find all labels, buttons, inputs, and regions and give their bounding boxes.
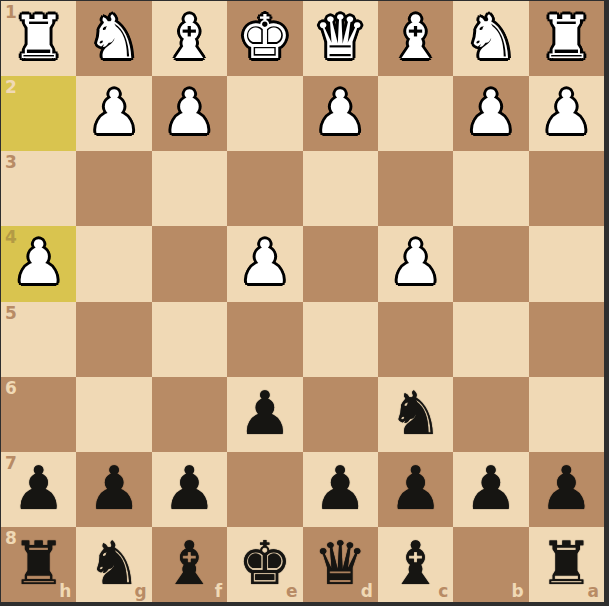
black-pawn[interactable]: ♟ (378, 452, 453, 527)
square-a8[interactable]: ♜a (529, 527, 604, 602)
white-queen[interactable]: ♛ (303, 1, 378, 76)
square-e5[interactable] (227, 302, 302, 377)
white-pawn[interactable]: ♟ (303, 76, 378, 151)
white-pawn[interactable]: ♟ (152, 76, 227, 151)
square-c6[interactable]: ♞ (378, 377, 453, 452)
black-pawn[interactable]: ♟ (529, 452, 604, 527)
white-knight[interactable]: ♞ (76, 1, 151, 76)
square-e8[interactable]: ♚e (227, 527, 302, 602)
square-d2[interactable]: ♟ (303, 76, 378, 151)
square-c3[interactable] (378, 151, 453, 226)
square-c4[interactable]: ♟ (378, 226, 453, 301)
square-g2[interactable]: ♟ (76, 76, 151, 151)
square-e6[interactable]: ♟ (227, 377, 302, 452)
black-pawn[interactable]: ♟ (1, 452, 76, 527)
square-c7[interactable]: ♟ (378, 452, 453, 527)
square-h6[interactable]: 6 (1, 377, 76, 452)
white-pawn[interactable]: ♟ (227, 226, 302, 301)
square-d4[interactable] (303, 226, 378, 301)
square-c8[interactable]: ♝c (378, 527, 453, 602)
white-pawn[interactable]: ♟ (378, 226, 453, 301)
white-bishop[interactable]: ♝ (378, 1, 453, 76)
square-c1[interactable]: ♝ (378, 1, 453, 76)
square-a1[interactable]: ♜ (529, 1, 604, 76)
black-queen[interactable]: ♛ (303, 527, 378, 602)
square-h4[interactable]: ♟4 (1, 226, 76, 301)
square-b7[interactable]: ♟ (453, 452, 528, 527)
chess-board: ♜1♞♝♚♛♝♞♜2♟♟♟♟♟3♟4♟♟56♟♞♟7♟♟♟♟♟♟♜8h♞g♝f♚… (1, 1, 604, 602)
square-a3[interactable] (529, 151, 604, 226)
square-e7[interactable] (227, 452, 302, 527)
square-a6[interactable] (529, 377, 604, 452)
square-f8[interactable]: ♝f (152, 527, 227, 602)
square-c5[interactable] (378, 302, 453, 377)
rank-label-6: 6 (5, 380, 17, 397)
square-a5[interactable] (529, 302, 604, 377)
white-rook[interactable]: ♜ (529, 1, 604, 76)
white-pawn[interactable]: ♟ (1, 226, 76, 301)
square-h8[interactable]: ♜8h (1, 527, 76, 602)
black-pawn[interactable]: ♟ (303, 452, 378, 527)
square-g1[interactable]: ♞ (76, 1, 151, 76)
white-pawn[interactable]: ♟ (453, 76, 528, 151)
square-d6[interactable] (303, 377, 378, 452)
square-d1[interactable]: ♛ (303, 1, 378, 76)
square-b4[interactable] (453, 226, 528, 301)
square-d3[interactable] (303, 151, 378, 226)
black-rook[interactable]: ♜ (1, 527, 76, 602)
black-pawn[interactable]: ♟ (152, 452, 227, 527)
square-b1[interactable]: ♞ (453, 1, 528, 76)
square-e1[interactable]: ♚ (227, 1, 302, 76)
square-d5[interactable] (303, 302, 378, 377)
square-g5[interactable] (76, 302, 151, 377)
square-b5[interactable] (453, 302, 528, 377)
black-pawn[interactable]: ♟ (227, 377, 302, 452)
square-a7[interactable]: ♟ (529, 452, 604, 527)
square-f5[interactable] (152, 302, 227, 377)
rank-label-3: 3 (5, 154, 17, 171)
square-h1[interactable]: ♜1 (1, 1, 76, 76)
black-pawn[interactable]: ♟ (76, 452, 151, 527)
white-rook[interactable]: ♜ (1, 1, 76, 76)
board-frame: ♜1♞♝♚♛♝♞♜2♟♟♟♟♟3♟4♟♟56♟♞♟7♟♟♟♟♟♟♜8h♞g♝f♚… (0, 0, 609, 606)
square-g8[interactable]: ♞g (76, 527, 151, 602)
black-knight[interactable]: ♞ (378, 377, 453, 452)
square-h5[interactable]: 5 (1, 302, 76, 377)
square-g7[interactable]: ♟ (76, 452, 151, 527)
square-e4[interactable]: ♟ (227, 226, 302, 301)
rank-label-2: 2 (5, 79, 17, 96)
square-b8[interactable]: b (453, 527, 528, 602)
square-a4[interactable] (529, 226, 604, 301)
square-e3[interactable] (227, 151, 302, 226)
square-f7[interactable]: ♟ (152, 452, 227, 527)
white-king[interactable]: ♚ (227, 1, 302, 76)
square-f2[interactable]: ♟ (152, 76, 227, 151)
black-bishop[interactable]: ♝ (378, 527, 453, 602)
square-h7[interactable]: ♟7 (1, 452, 76, 527)
square-f1[interactable]: ♝ (152, 1, 227, 76)
black-king[interactable]: ♚ (227, 527, 302, 602)
file-label-b: b (511, 583, 523, 600)
black-bishop[interactable]: ♝ (152, 527, 227, 602)
black-rook[interactable]: ♜ (529, 527, 604, 602)
square-a2[interactable]: ♟ (529, 76, 604, 151)
square-g3[interactable] (76, 151, 151, 226)
white-pawn[interactable]: ♟ (529, 76, 604, 151)
square-h2[interactable]: 2 (1, 76, 76, 151)
white-bishop[interactable]: ♝ (152, 1, 227, 76)
square-b3[interactable] (453, 151, 528, 226)
square-d7[interactable]: ♟ (303, 452, 378, 527)
black-knight[interactable]: ♞ (76, 527, 151, 602)
square-f3[interactable] (152, 151, 227, 226)
rank-label-5: 5 (5, 305, 17, 322)
square-b2[interactable]: ♟ (453, 76, 528, 151)
square-g6[interactable] (76, 377, 151, 452)
square-d8[interactable]: ♛d (303, 527, 378, 602)
square-f4[interactable] (152, 226, 227, 301)
square-b6[interactable] (453, 377, 528, 452)
square-e2[interactable] (227, 76, 302, 151)
square-h3[interactable]: 3 (1, 151, 76, 226)
white-knight[interactable]: ♞ (453, 1, 528, 76)
square-g4[interactable] (76, 226, 151, 301)
square-c2[interactable] (378, 76, 453, 151)
white-pawn[interactable]: ♟ (76, 76, 151, 151)
black-pawn[interactable]: ♟ (453, 452, 528, 527)
square-f6[interactable] (152, 377, 227, 452)
